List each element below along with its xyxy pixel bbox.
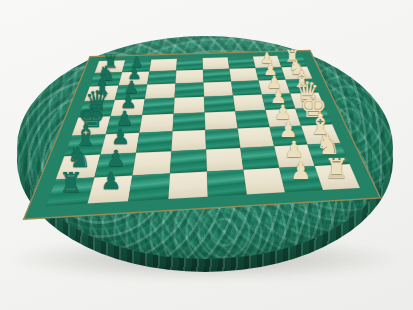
board-square[interactable] <box>231 81 262 96</box>
board-square[interactable] <box>176 58 203 71</box>
white-rook[interactable]: ♜ <box>325 155 349 182</box>
board-square[interactable] <box>139 114 173 133</box>
board-square[interactable] <box>136 131 173 153</box>
white-pawn[interactable]: ♟ <box>290 160 311 184</box>
board-square[interactable] <box>206 148 243 172</box>
chess-board <box>0 0 413 310</box>
green-pawn[interactable]: ♟ <box>100 170 121 194</box>
photo-stage: ♜♟♟♜♞♟♟♞♝♟♟♝♛♟♟♛♚♟♟♚♝♟♟♝♞♟♟♞♜♟♟♜ <box>0 0 413 310</box>
board-square[interactable] <box>145 84 176 99</box>
board-square[interactable] <box>142 98 174 115</box>
board-square[interactable] <box>168 172 208 199</box>
board-square[interactable] <box>203 69 231 83</box>
board-square[interactable] <box>204 96 235 113</box>
board-square[interactable] <box>149 59 177 72</box>
board-square[interactable] <box>204 82 234 97</box>
board-square[interactable] <box>132 151 171 175</box>
board-square[interactable] <box>171 130 206 151</box>
board-square[interactable] <box>174 97 205 114</box>
board-square[interactable] <box>203 57 230 69</box>
board-square[interactable] <box>243 168 285 195</box>
board-square[interactable] <box>229 68 258 82</box>
board-square[interactable] <box>170 150 207 174</box>
board-square[interactable] <box>238 127 275 148</box>
board-square[interactable] <box>175 83 205 98</box>
board-square[interactable] <box>240 146 279 170</box>
board-square[interactable] <box>205 129 240 150</box>
board-square[interactable] <box>235 110 269 129</box>
board-square[interactable] <box>228 57 256 69</box>
board-square[interactable] <box>173 112 206 131</box>
green-rook[interactable]: ♜ <box>59 169 83 196</box>
green-pawn[interactable]: ♟ <box>106 147 126 169</box>
board-square[interactable] <box>205 111 238 130</box>
board-square[interactable] <box>207 170 247 197</box>
board-square[interactable] <box>176 70 204 84</box>
board-square[interactable] <box>128 174 170 202</box>
board-square[interactable] <box>233 95 265 112</box>
board-square[interactable] <box>147 71 176 85</box>
